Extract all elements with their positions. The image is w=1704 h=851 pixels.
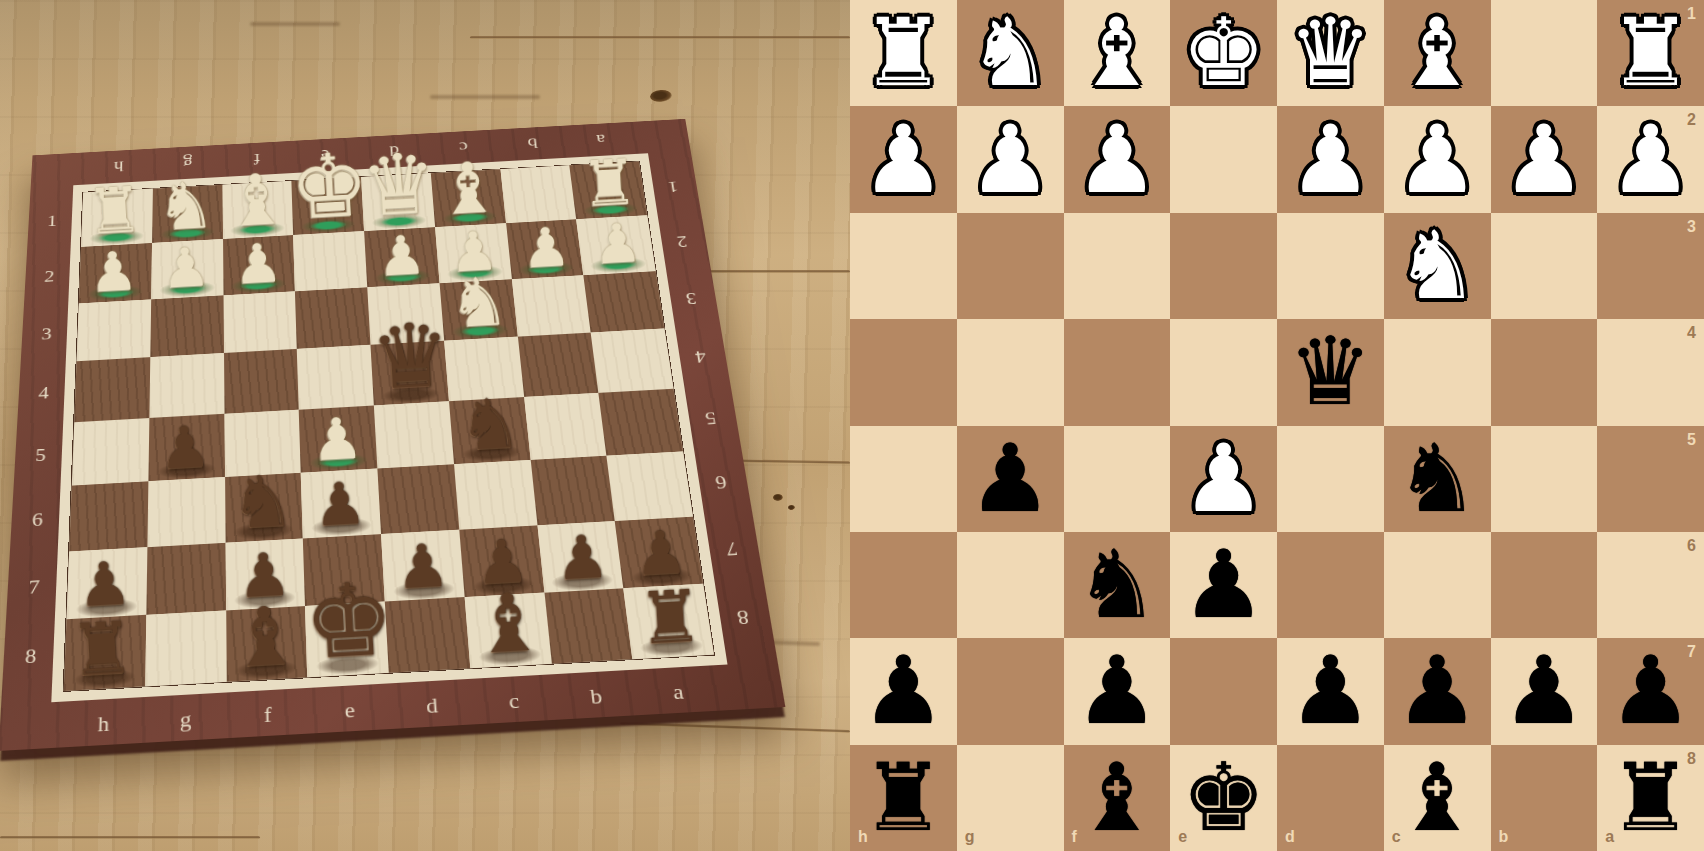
square-c3[interactable]: ♞ <box>1384 213 1491 319</box>
square-f3[interactable] <box>1064 213 1171 319</box>
rank-label-5: 5 <box>1687 431 1696 449</box>
square-a4[interactable]: 4 <box>1597 319 1704 425</box>
white-king-e1[interactable]: ♚ <box>1181 6 1265 100</box>
square-a5[interactable]: 5 <box>1597 426 1704 532</box>
photo-right-rank-label-6: 6 <box>704 449 737 515</box>
photo-bottom-file-label-a: a <box>636 678 722 707</box>
photo-square-g8 <box>145 611 226 687</box>
square-b7[interactable]: ♟ <box>1491 638 1598 744</box>
square-e7[interactable] <box>1170 638 1277 744</box>
square-e3[interactable] <box>1170 213 1277 319</box>
photo-white-pawn-f2: ♟ <box>220 235 295 293</box>
photo-right-rank-label-7: 7 <box>715 514 749 583</box>
white-pawn-c2[interactable]: ♟ <box>1395 113 1479 207</box>
photo-square-e2 <box>293 231 367 291</box>
photo-bottom-file-label-e: e <box>308 696 391 725</box>
square-c5[interactable]: ♞ <box>1384 426 1491 532</box>
photo-square-f3 <box>223 291 297 353</box>
photo-square-d7: ♟ <box>381 529 464 601</box>
black-pawn-c7[interactable]: ♟ <box>1395 644 1479 738</box>
square-f7[interactable]: ♟ <box>1064 638 1171 744</box>
black-king-e8[interactable]: ♚ <box>1181 751 1265 845</box>
photo-square-d1: ♛ <box>361 173 435 231</box>
photo-square-f4 <box>224 349 299 414</box>
photo-square-d6 <box>377 464 459 534</box>
photo-white-pawn-a2: ♟ <box>580 215 655 273</box>
square-g2[interactable]: ♟ <box>957 106 1064 212</box>
photo-black-pawn-b7: ♟ <box>540 526 623 590</box>
square-a2[interactable]: 2♟ <box>1597 106 1704 212</box>
photo-bottom-file-label-c: c <box>472 687 557 716</box>
square-h7[interactable]: ♟ <box>850 638 957 744</box>
photo-square-c5: ♞ <box>449 397 530 464</box>
square-e6[interactable]: ♟ <box>1170 532 1277 638</box>
black-pawn-a7[interactable]: ♟ <box>1608 644 1692 738</box>
photo-square-h3 <box>77 299 151 361</box>
wood-knot <box>788 505 795 510</box>
photo-square-e6: ♟ <box>301 468 381 538</box>
photo-square-d8 <box>385 597 470 672</box>
photo-bottom-file-label-g: g <box>144 705 227 734</box>
square-h2[interactable]: ♟ <box>850 106 957 212</box>
photo-square-a4 <box>591 329 674 393</box>
file-label-c: c <box>1392 828 1401 846</box>
photo-white-knight-c3: ♞ <box>440 268 517 339</box>
photo-black-king-e8: ♚ <box>302 570 389 674</box>
square-b5[interactable] <box>1491 426 1598 532</box>
photo-white-pawn-h2: ♟ <box>76 243 151 301</box>
black-pawn-d7[interactable]: ♟ <box>1288 644 1372 738</box>
white-pawn-f2[interactable]: ♟ <box>1075 113 1159 207</box>
square-d1[interactable]: ♛ <box>1277 0 1384 106</box>
square-a3[interactable]: 3 <box>1597 213 1704 319</box>
photo-top-file-label-b: b <box>497 133 568 154</box>
square-g7[interactable] <box>957 638 1064 744</box>
photo-white-pawn-d2: ♟ <box>364 227 439 285</box>
photo-white-pawn-e5: ♟ <box>298 409 378 470</box>
black-pawn-g5[interactable]: ♟ <box>968 432 1052 526</box>
square-h6[interactable] <box>850 532 957 638</box>
photo-white-bishop-f1: ♝ <box>219 163 294 237</box>
square-d5[interactable] <box>1277 426 1384 532</box>
white-bishop-f1[interactable]: ♝ <box>1075 6 1159 100</box>
square-b6[interactable] <box>1491 532 1598 638</box>
photo-right-rank-label-1: 1 <box>659 159 688 214</box>
square-a6[interactable]: 6 <box>1597 532 1704 638</box>
square-b4[interactable] <box>1491 319 1598 425</box>
photo-square-e5: ♟ <box>299 405 377 472</box>
photo-right-rank-label-8: 8 <box>726 581 761 653</box>
photo-white-rook-h1: ♜ <box>78 178 152 244</box>
photo-square-a3 <box>584 271 665 333</box>
square-c8[interactable]: c♝ <box>1384 745 1491 851</box>
white-pawn-e5[interactable]: ♟ <box>1181 432 1265 526</box>
photo-square-a2: ♟ <box>576 215 655 275</box>
photo-panel: ♜♞♝♚♛♝♜♟♟♟♟♟♟♟♞♛♟♟♞♞♟♟♟♟♟♟♟♜♝♚♝♜ hhggffe… <box>0 0 850 851</box>
photo-square-f8: ♝ <box>226 606 308 682</box>
square-d7[interactable]: ♟ <box>1277 638 1384 744</box>
photo-square-b8 <box>544 588 633 663</box>
square-c2[interactable]: ♟ <box>1384 106 1491 212</box>
photo-right-rank-label-5: 5 <box>695 386 727 450</box>
black-bishop-f8[interactable]: ♝ <box>1075 751 1159 845</box>
square-e1[interactable]: ♚ <box>1170 0 1277 106</box>
photo-black-knight-f6: ♞ <box>221 464 303 539</box>
black-knight-c5[interactable]: ♞ <box>1395 432 1479 526</box>
floor-plank-seam <box>0 836 260 839</box>
photo-white-king-e1: ♚ <box>288 142 364 233</box>
black-queen-d4[interactable]: ♛ <box>1288 325 1372 419</box>
photo-square-e3 <box>295 287 370 349</box>
black-knight-f6[interactable]: ♞ <box>1075 538 1159 632</box>
photo-square-d2: ♟ <box>364 227 439 287</box>
white-pawn-d2[interactable]: ♟ <box>1288 113 1372 207</box>
black-rook-h8[interactable]: ♜ <box>861 751 945 845</box>
photo-white-bishop-c1: ♝ <box>431 151 506 225</box>
rank-label-6: 6 <box>1687 537 1696 555</box>
photo-square-c3: ♞ <box>439 279 517 341</box>
photo-square-h6 <box>69 481 148 551</box>
square-f4[interactable] <box>1064 319 1171 425</box>
square-h4[interactable] <box>850 319 957 425</box>
photo-black-rook-a8: ♜ <box>628 580 713 656</box>
rank-label-4: 4 <box>1687 324 1696 342</box>
photo-right-rank-label-2: 2 <box>667 213 697 270</box>
white-pawn-b2[interactable]: ♟ <box>1502 113 1586 207</box>
rank-label-8: 8 <box>1687 750 1696 768</box>
black-rook-a8[interactable]: ♜ <box>1608 751 1692 845</box>
black-bishop-c8[interactable]: ♝ <box>1395 751 1479 845</box>
square-d3[interactable] <box>1277 213 1384 319</box>
photo-white-pawn-b2: ♟ <box>508 219 583 277</box>
square-h5[interactable] <box>850 426 957 532</box>
photo-square-f2: ♟ <box>223 235 296 295</box>
photo-black-queen-d4: ♛ <box>369 311 449 403</box>
photo-square-h2: ♟ <box>79 243 152 303</box>
photo-square-a8: ♜ <box>624 584 714 659</box>
photo-white-pawn-g2: ♟ <box>148 239 223 297</box>
square-b1[interactable] <box>1491 0 1598 106</box>
file-label-a: a <box>1605 828 1614 846</box>
photo-square-g3 <box>150 295 223 357</box>
black-pawn-e6[interactable]: ♟ <box>1181 538 1265 632</box>
square-b2[interactable]: ♟ <box>1491 106 1598 212</box>
photo-left-rank-label-4: 4 <box>31 363 56 425</box>
square-c6[interactable] <box>1384 532 1491 638</box>
photo-square-h1: ♜ <box>81 189 153 247</box>
photo-square-b7: ♟ <box>537 521 624 593</box>
photo-left-rank-label-2: 2 <box>37 248 61 306</box>
photo-square-g2: ♟ <box>151 239 223 299</box>
white-rook-h1[interactable]: ♜ <box>861 6 945 100</box>
square-d2[interactable]: ♟ <box>1277 106 1384 212</box>
square-c7[interactable]: ♟ <box>1384 638 1491 744</box>
black-pawn-h7[interactable]: ♟ <box>861 644 945 738</box>
photo-square-b4 <box>517 333 598 397</box>
square-a7[interactable]: 7♟ <box>1597 638 1704 744</box>
rank-label-2: 2 <box>1687 111 1696 129</box>
square-g8[interactable]: g <box>957 745 1064 851</box>
photo-square-g4 <box>149 353 224 418</box>
photo-square-b2: ♟ <box>506 219 584 279</box>
rank-label-7: 7 <box>1687 643 1696 661</box>
square-g4[interactable] <box>957 319 1064 425</box>
wood-grain-streak <box>250 22 340 26</box>
photo-square-e8: ♚ <box>305 602 389 678</box>
white-bishop-c1[interactable]: ♝ <box>1395 6 1479 100</box>
photo-white-queen-d1: ♛ <box>359 142 434 229</box>
file-label-h: h <box>858 828 868 846</box>
white-knight-g1[interactable]: ♞ <box>968 6 1052 100</box>
square-f8[interactable]: f♝ <box>1064 745 1171 851</box>
square-f2[interactable]: ♟ <box>1064 106 1171 212</box>
photo-black-rook-h8: ♜ <box>60 612 145 688</box>
photo-square-h5 <box>72 418 149 485</box>
photo-square-f6: ♞ <box>225 473 304 543</box>
photo-black-pawn-e6: ♟ <box>300 473 381 536</box>
square-c1[interactable]: ♝ <box>1384 0 1491 106</box>
photo-square-c8: ♝ <box>464 593 551 668</box>
photo-left-rank-label-6: 6 <box>24 487 50 554</box>
photo-bottom-file-label-f: f <box>226 701 309 730</box>
square-g1[interactable]: ♞ <box>957 0 1064 106</box>
photo-black-knight-c5: ♞ <box>450 388 530 462</box>
square-e5[interactable]: ♟ <box>1170 426 1277 532</box>
photo-square-g1: ♞ <box>152 185 223 243</box>
photo-square-h8: ♜ <box>64 615 146 691</box>
photo-right-rank-label-4: 4 <box>685 326 717 387</box>
file-label-d: d <box>1285 828 1295 846</box>
photo-square-b5 <box>524 393 607 460</box>
photo-square-a5 <box>599 389 683 456</box>
photo-square-b3 <box>511 275 590 337</box>
wooden-board-wrap: ♜♞♝♚♛♝♜♟♟♟♟♟♟♟♞♛♟♟♞♞♟♟♟♟♟♟♟♜♝♚♝♜ hhggffe… <box>0 33 749 784</box>
rank-label-3: 3 <box>1687 218 1696 236</box>
square-f1[interactable]: ♝ <box>1064 0 1171 106</box>
photo-left-rank-label-8: 8 <box>17 621 44 694</box>
photo-square-e1: ♚ <box>292 177 364 235</box>
square-d8[interactable]: d <box>1277 745 1384 851</box>
square-e4[interactable] <box>1170 319 1277 425</box>
square-h8[interactable]: h♜ <box>850 745 957 851</box>
square-b8[interactable]: b <box>1491 745 1598 851</box>
file-label-b: b <box>1499 828 1509 846</box>
screenshot-stage: ♜♞♝♚♛♝♜♟♟♟♟♟♟♟♞♛♟♟♞♞♟♟♟♟♟♟♟♜♝♚♝♜ hhggffe… <box>0 0 1704 851</box>
photo-square-d5 <box>374 401 454 468</box>
wooden-board: ♜♞♝♚♛♝♜♟♟♟♟♟♟♟♞♛♟♟♞♞♟♟♟♟♟♟♟♜♝♚♝♜ hhggffe… <box>0 119 785 751</box>
white-rook-a1[interactable]: ♜ <box>1608 6 1692 100</box>
photo-bottom-file-label-b: b <box>554 682 639 711</box>
photo-square-a6 <box>607 451 693 520</box>
board-maple-border: ♜♞♝♚♛♝♜♟♟♟♟♟♟♟♞♛♟♟♞♞♟♟♟♟♟♟♟♜♝♚♝♜ <box>51 153 727 702</box>
photo-square-d4: ♛ <box>370 341 448 406</box>
square-f6[interactable]: ♞ <box>1064 532 1171 638</box>
photo-black-bishop-c8: ♝ <box>465 580 551 665</box>
photo-left-rank-label-7: 7 <box>21 552 48 622</box>
photo-left-rank-label-3: 3 <box>34 304 58 364</box>
photo-black-bishop-f8: ♝ <box>222 594 308 679</box>
square-e2[interactable] <box>1170 106 1277 212</box>
square-h1[interactable]: ♜ <box>850 0 957 106</box>
photo-square-f1: ♝ <box>222 181 293 239</box>
photo-square-g7 <box>146 542 226 615</box>
photo-square-b6 <box>530 455 615 524</box>
square-h3[interactable] <box>850 213 957 319</box>
rank-label-1: 1 <box>1687 5 1696 23</box>
square-g6[interactable] <box>957 532 1064 638</box>
photo-square-h4 <box>74 357 150 422</box>
square-c4[interactable] <box>1384 319 1491 425</box>
photo-square-e4 <box>297 345 374 410</box>
photo-square-g5: ♟ <box>148 414 224 481</box>
file-label-e: e <box>1178 828 1187 846</box>
square-d4[interactable]: ♛ <box>1277 319 1384 425</box>
black-pawn-b7[interactable]: ♟ <box>1502 644 1586 738</box>
white-queen-d1[interactable]: ♛ <box>1288 6 1372 100</box>
square-g5[interactable]: ♟ <box>957 426 1064 532</box>
square-b3[interactable] <box>1491 213 1598 319</box>
square-a1[interactable]: 1♜ <box>1597 0 1704 106</box>
white-pawn-a2[interactable]: ♟ <box>1608 113 1692 207</box>
square-a8[interactable]: 8a♜ <box>1597 745 1704 851</box>
square-f5[interactable] <box>1064 426 1171 532</box>
photo-bottom-file-label-d: d <box>390 692 474 721</box>
black-pawn-f7[interactable]: ♟ <box>1075 644 1159 738</box>
photo-black-pawn-d7: ♟ <box>381 535 464 599</box>
photo-bottom-file-label-h: h <box>62 710 145 739</box>
square-e8[interactable]: e♚ <box>1170 745 1277 851</box>
white-pawn-h2[interactable]: ♟ <box>861 113 945 207</box>
file-label-g: g <box>965 828 975 846</box>
photo-left-rank-label-1: 1 <box>40 194 63 250</box>
photo-left-rank-label-5: 5 <box>28 423 53 488</box>
digital-board: ♜♞♝♚♛♝1♜♟♟♟♟♟♟2♟♞3♛4♟♟♞5♞♟6♟♟♟♟♟7♟h♜gf♝e… <box>850 0 1704 851</box>
photo-square-c6 <box>454 460 537 530</box>
photo-black-pawn-g5: ♟ <box>145 417 225 478</box>
photo-square-g6 <box>147 477 225 547</box>
photo-right-rank-label-3: 3 <box>676 268 707 327</box>
file-label-f: f <box>1072 828 1077 846</box>
wooden-board-squares: ♜♞♝♚♛♝♜♟♟♟♟♟♟♟♞♛♟♟♞♞♟♟♟♟♟♟♟♜♝♚♝♜ <box>64 161 714 690</box>
square-d6[interactable] <box>1277 532 1384 638</box>
white-knight-c3[interactable]: ♞ <box>1395 219 1479 313</box>
wood-knot <box>773 494 783 501</box>
white-pawn-g2[interactable]: ♟ <box>968 113 1052 207</box>
photo-white-rook-a1: ♜ <box>573 150 647 216</box>
square-g3[interactable] <box>957 213 1064 319</box>
photo-white-knight-g1: ♞ <box>148 172 222 240</box>
